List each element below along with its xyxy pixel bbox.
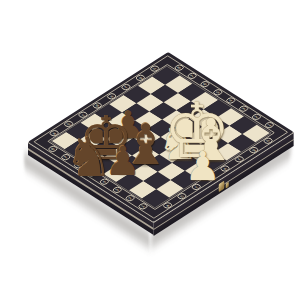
black-pawn: ♟ [105,140,141,180]
chess-set-photo: aabbccddeeffgghh8877665544332211 ♟♚♞♝♟♞♚… [0,0,300,300]
pieces-layer: ♟♚♞♝♟♞♚♝♟ [0,0,300,300]
white-pawn: ♟ [185,146,221,186]
